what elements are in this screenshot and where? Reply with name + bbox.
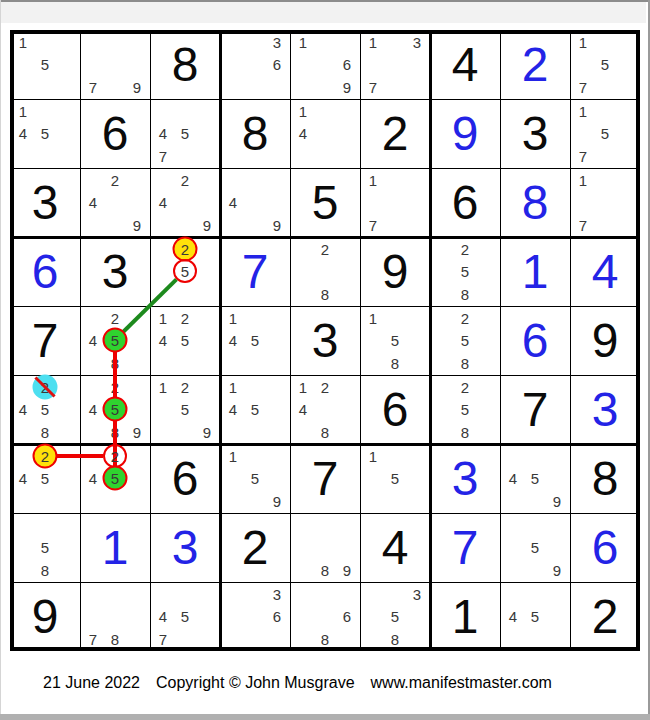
- candidate-4: 4: [89, 195, 97, 210]
- cell-r1c1[interactable]: 15: [10, 30, 80, 99]
- candidate-8: 8: [41, 425, 49, 440]
- candidate-3: 3: [273, 587, 281, 602]
- candidate-1: 1: [369, 311, 377, 326]
- candidate-1: 1: [579, 173, 587, 188]
- candidate-5: 5: [41, 540, 49, 555]
- cell-r3c7[interactable]: 6: [430, 168, 500, 237]
- candidate-9: 9: [553, 563, 561, 578]
- cell-r7c9[interactable]: 8: [570, 444, 640, 513]
- cell-r9c3[interactable]: 457: [150, 582, 220, 651]
- given-digit: 6: [80, 99, 150, 168]
- candidate-8: 8: [111, 356, 119, 371]
- candidate-7: 7: [89, 632, 97, 647]
- candidate-9: 9: [133, 80, 141, 95]
- candidate-9: 9: [203, 425, 211, 440]
- candidate-1: 1: [159, 311, 167, 326]
- candidate-2: 2: [181, 380, 189, 395]
- cell-r2c2[interactable]: 6: [80, 99, 150, 168]
- cell-r7c4[interactable]: 159: [220, 444, 290, 513]
- solved-digit: 2: [500, 30, 570, 99]
- candidate-8: 8: [321, 632, 329, 647]
- cell-r6c1[interactable]: 2458: [10, 375, 80, 444]
- candidate-5: 5: [41, 471, 49, 486]
- caption: 21 June 2022 Copyright © John Musgrave w…: [43, 674, 552, 692]
- cell-r9c5[interactable]: 68: [290, 582, 360, 651]
- given-digit: 6: [430, 168, 500, 237]
- cell-r3c4[interactable]: 49: [220, 168, 290, 237]
- solved-digit: 3: [150, 513, 220, 582]
- candidate-4: 4: [509, 609, 517, 624]
- window-top-band: [0, 2, 646, 23]
- candidate-4: 4: [89, 333, 97, 348]
- candidate-1: 1: [369, 449, 377, 464]
- candidate-8: 8: [321, 287, 329, 302]
- caption-copyright: Copyright © John Musgrave: [156, 674, 355, 692]
- candidate-4: 4: [89, 471, 97, 486]
- candidate-1: 1: [159, 380, 167, 395]
- cell-r1c9[interactable]: 157: [570, 30, 640, 99]
- candidate-5-green-circle: 5: [103, 328, 128, 353]
- given-digit: 3: [80, 237, 150, 306]
- candidate-2-yellow-circle: 2: [33, 444, 58, 469]
- candidate-4: 4: [19, 126, 27, 141]
- cell-r8c2[interactable]: 1: [80, 513, 150, 582]
- candidate-2: 2: [461, 311, 469, 326]
- cell-r2c7[interactable]: 9: [430, 99, 500, 168]
- cell-r4c5[interactable]: 28: [290, 237, 360, 306]
- given-digit: 2: [360, 99, 430, 168]
- cell-r3c5[interactable]: 5: [290, 168, 360, 237]
- caption-date: 21 June 2022: [43, 674, 140, 692]
- candidate-8: 8: [461, 287, 469, 302]
- given-digit: 7: [290, 444, 360, 513]
- given-digit: 9: [360, 237, 430, 306]
- solved-digit: 1: [500, 237, 570, 306]
- cell-r9c4[interactable]: 36: [220, 582, 290, 651]
- cell-r6c8[interactable]: 7: [500, 375, 570, 444]
- cell-r6c2[interactable]: 24589: [80, 375, 150, 444]
- given-digit: 3: [290, 306, 360, 375]
- candidate-5: 5: [181, 402, 189, 417]
- solved-digit: 7: [430, 513, 500, 582]
- given-digit: 3: [10, 168, 80, 237]
- candidate-9: 9: [273, 218, 281, 233]
- candidate-9: 9: [133, 425, 141, 440]
- cell-r4c3[interactable]: 25: [150, 237, 220, 306]
- candidate-4: 4: [159, 333, 167, 348]
- cell-r5c1[interactable]: 7: [10, 306, 80, 375]
- candidate-4: 4: [159, 126, 167, 141]
- cell-r3c2[interactable]: 249: [80, 168, 150, 237]
- candidate-1: 1: [299, 104, 307, 119]
- cell-r7c8[interactable]: 459: [500, 444, 570, 513]
- candidate-4: 4: [509, 471, 517, 486]
- candidate-8: 8: [41, 563, 49, 578]
- candidate-5: 5: [41, 57, 49, 72]
- candidate-4: 4: [229, 195, 237, 210]
- candidate-9: 9: [553, 494, 561, 509]
- given-digit: 4: [360, 513, 430, 582]
- cell-r3c1[interactable]: 3: [10, 168, 80, 237]
- candidate-4: 4: [19, 471, 27, 486]
- candidate-2: 2: [181, 311, 189, 326]
- cell-r1c6[interactable]: 137: [360, 30, 430, 99]
- candidate-5-green-circle: 5: [103, 466, 128, 491]
- candidate-5: 5: [531, 540, 539, 555]
- cell-r5c3[interactable]: 1245: [150, 306, 220, 375]
- candidate-2: 2: [111, 311, 119, 326]
- candidate-8: 8: [111, 632, 119, 647]
- candidate-5: 5: [531, 471, 539, 486]
- candidate-1: 1: [299, 35, 307, 50]
- candidate-2: 2: [321, 380, 329, 395]
- candidate-1: 1: [19, 35, 27, 50]
- candidate-4: 4: [299, 402, 307, 417]
- cell-r1c5[interactable]: 169: [290, 30, 360, 99]
- candidate-7: 7: [159, 149, 167, 164]
- candidate-8: 8: [391, 632, 399, 647]
- candidate-1: 1: [299, 380, 307, 395]
- cell-r2c1[interactable]: 145: [10, 99, 80, 168]
- cell-r5c7[interactable]: 258: [430, 306, 500, 375]
- cell-r1c8[interactable]: 2: [500, 30, 570, 99]
- given-digit: 2: [220, 513, 290, 582]
- cell-r6c4[interactable]: 145: [220, 375, 290, 444]
- candidate-1: 1: [229, 380, 237, 395]
- solved-digit: 6: [10, 237, 80, 306]
- cell-r8c3[interactable]: 3: [150, 513, 220, 582]
- candidate-2: 2: [321, 242, 329, 257]
- solved-digit: 6: [500, 306, 570, 375]
- candidate-3: 3: [273, 35, 281, 50]
- candidate-7: 7: [369, 80, 377, 95]
- solved-digit: 8: [500, 168, 570, 237]
- cell-r4c1[interactable]: 6: [10, 237, 80, 306]
- candidate-5: 5: [391, 333, 399, 348]
- candidate-5: 5: [461, 402, 469, 417]
- cell-r2c5[interactable]: 14: [290, 99, 360, 168]
- cell-r8c7[interactable]: 7: [430, 513, 500, 582]
- candidate-5: 5: [461, 333, 469, 348]
- candidate-6: 6: [343, 57, 351, 72]
- candidate-1: 1: [369, 173, 377, 188]
- cell-r5c9[interactable]: 9: [570, 306, 640, 375]
- cell-r8c4[interactable]: 2: [220, 513, 290, 582]
- cell-r4c6[interactable]: 9: [360, 237, 430, 306]
- given-digit: 7: [500, 375, 570, 444]
- candidate-9: 9: [203, 218, 211, 233]
- candidate-7: 7: [89, 80, 97, 95]
- candidate-1: 1: [369, 35, 377, 50]
- solved-digit: 4: [570, 237, 640, 306]
- candidate-9: 9: [343, 563, 351, 578]
- candidate-4: 4: [159, 609, 167, 624]
- window-bottom-band: [0, 714, 650, 720]
- candidate-1: 1: [579, 104, 587, 119]
- cell-r7c7[interactable]: 3: [430, 444, 500, 513]
- given-digit: 6: [150, 444, 220, 513]
- cell-r4c2[interactable]: 3: [80, 237, 150, 306]
- candidate-4: 4: [19, 402, 27, 417]
- candidate-5: 5: [181, 126, 189, 141]
- cell-r2c6[interactable]: 2: [360, 99, 430, 168]
- cell-r9c6[interactable]: 358: [360, 582, 430, 651]
- candidate-7: 7: [579, 80, 587, 95]
- cell-r8c9[interactable]: 6: [570, 513, 640, 582]
- candidate-3: 3: [413, 35, 421, 50]
- sudoku-board: 1579836169137421571456457814293157324924…: [10, 30, 640, 651]
- cell-r9c7[interactable]: 1: [430, 582, 500, 651]
- solved-digit: 3: [570, 375, 640, 444]
- candidate-7: 7: [579, 218, 587, 233]
- candidate-5: 5: [251, 471, 259, 486]
- candidate-2: 2: [111, 173, 119, 188]
- given-digit: 9: [570, 306, 640, 375]
- candidate-7: 7: [579, 149, 587, 164]
- given-digit: 1: [430, 582, 500, 651]
- candidate-6: 6: [273, 609, 281, 624]
- candidate-2-yellow-circle: 2: [173, 237, 198, 262]
- given-digit: 7: [10, 306, 80, 375]
- candidate-7: 7: [159, 632, 167, 647]
- cell-r9c9[interactable]: 2: [570, 582, 640, 651]
- candidate-4: 4: [299, 126, 307, 141]
- candidate-8: 8: [111, 425, 119, 440]
- cell-r7c3[interactable]: 6: [150, 444, 220, 513]
- cell-r7c5[interactable]: 7: [290, 444, 360, 513]
- given-digit: 4: [430, 30, 500, 99]
- candidate-1: 1: [229, 449, 237, 464]
- candidate-5: 5: [461, 264, 469, 279]
- candidate-5: 5: [181, 609, 189, 624]
- cell-r5c8[interactable]: 6: [500, 306, 570, 375]
- given-digit: 3: [500, 99, 570, 168]
- candidate-8: 8: [461, 425, 469, 440]
- candidate-3: 3: [413, 587, 421, 602]
- candidate-4: 4: [159, 195, 167, 210]
- given-digit: 8: [150, 30, 220, 99]
- candidate-8: 8: [391, 356, 399, 371]
- cell-r1c2[interactable]: 79: [80, 30, 150, 99]
- cell-r3c3[interactable]: 249: [150, 168, 220, 237]
- candidate-5: 5: [601, 57, 609, 72]
- candidate-8: 8: [321, 425, 329, 440]
- cell-r2c9[interactable]: 157: [570, 99, 640, 168]
- cell-r4c7[interactable]: 258: [430, 237, 500, 306]
- candidate-9: 9: [343, 80, 351, 95]
- candidate-6: 6: [273, 57, 281, 72]
- given-digit: 8: [220, 99, 290, 168]
- cell-r9c2[interactable]: 78: [80, 582, 150, 651]
- candidate-5: 5: [251, 333, 259, 348]
- cell-r4c4[interactable]: 7: [220, 237, 290, 306]
- cell-r9c8[interactable]: 45: [500, 582, 570, 651]
- candidate-5: 5: [531, 609, 539, 624]
- candidate-8: 8: [461, 356, 469, 371]
- candidate-5: 5: [41, 126, 49, 141]
- candidate-4: 4: [229, 333, 237, 348]
- cell-r3c6[interactable]: 17: [360, 168, 430, 237]
- cell-r6c6[interactable]: 6: [360, 375, 430, 444]
- cell-r5c5[interactable]: 3: [290, 306, 360, 375]
- cell-r5c4[interactable]: 145: [220, 306, 290, 375]
- candidate-5: 5: [391, 609, 399, 624]
- candidate-5-open-circle: 5: [173, 259, 197, 283]
- cell-r2c4[interactable]: 8: [220, 99, 290, 168]
- candidate-1: 1: [579, 35, 587, 50]
- cell-r6c7[interactable]: 258: [430, 375, 500, 444]
- candidate-4: 4: [229, 402, 237, 417]
- candidate-5: 5: [391, 471, 399, 486]
- cell-r8c6[interactable]: 4: [360, 513, 430, 582]
- cell-r8c5[interactable]: 89: [290, 513, 360, 582]
- given-digit: 9: [10, 582, 80, 651]
- given-digit: 8: [570, 444, 640, 513]
- cell-r6c3[interactable]: 1259: [150, 375, 220, 444]
- candidate-4: 4: [89, 402, 97, 417]
- candidate-2: 2: [181, 173, 189, 188]
- candidate-9: 9: [273, 494, 281, 509]
- cell-r3c9[interactable]: 17: [570, 168, 640, 237]
- candidate-8: 8: [321, 563, 329, 578]
- cell-r9c1[interactable]: 9: [10, 582, 80, 651]
- cell-r3c8[interactable]: 8: [500, 168, 570, 237]
- candidate-1: 1: [19, 104, 27, 119]
- cell-r8c1[interactable]: 58: [10, 513, 80, 582]
- cell-r7c1[interactable]: 245: [10, 444, 80, 513]
- candidate-7: 7: [369, 218, 377, 233]
- cell-r1c4[interactable]: 36: [220, 30, 290, 99]
- candidate-5: 5: [601, 126, 609, 141]
- cell-r5c2[interactable]: 2458: [80, 306, 150, 375]
- solved-digit: 1: [80, 513, 150, 582]
- candidate-2: 2: [461, 380, 469, 395]
- cell-r7c6[interactable]: 15: [360, 444, 430, 513]
- cell-r6c9[interactable]: 3: [570, 375, 640, 444]
- solved-digit: 6: [570, 513, 640, 582]
- candidate-5: 5: [251, 402, 259, 417]
- candidate-6: 6: [343, 609, 351, 624]
- solved-digit: 9: [430, 99, 500, 168]
- given-digit: 2: [570, 582, 640, 651]
- cell-r1c7[interactable]: 4: [430, 30, 500, 99]
- cell-r2c3[interactable]: 457: [150, 99, 220, 168]
- cell-r8c8[interactable]: 59: [500, 513, 570, 582]
- candidate-5: 5: [181, 333, 189, 348]
- candidate-2: 2: [461, 242, 469, 257]
- cell-r4c9[interactable]: 4: [570, 237, 640, 306]
- solved-digit: 7: [220, 237, 290, 306]
- candidate-5: 5: [41, 402, 49, 417]
- cell-r5c6[interactable]: 158: [360, 306, 430, 375]
- candidate-1: 1: [229, 311, 237, 326]
- candidate-2-cyan-circle: 2: [33, 375, 58, 400]
- cell-r1c3[interactable]: 8: [150, 30, 220, 99]
- cell-r6c5[interactable]: 1248: [290, 375, 360, 444]
- candidate-9: 9: [133, 218, 141, 233]
- cell-r2c8[interactable]: 3: [500, 99, 570, 168]
- window-left-edge: [0, 0, 1, 720]
- caption-website: www.manifestmaster.com: [371, 674, 552, 692]
- candidate-2: 2: [111, 380, 119, 395]
- candidate-2-open-circle: 2: [103, 444, 127, 468]
- candidate-5-green-circle: 5: [103, 397, 128, 422]
- cell-r4c8[interactable]: 1: [500, 237, 570, 306]
- given-digit: 6: [360, 375, 430, 444]
- cell-r7c2[interactable]: 245: [80, 444, 150, 513]
- given-digit: 5: [290, 168, 360, 237]
- solved-digit: 3: [430, 444, 500, 513]
